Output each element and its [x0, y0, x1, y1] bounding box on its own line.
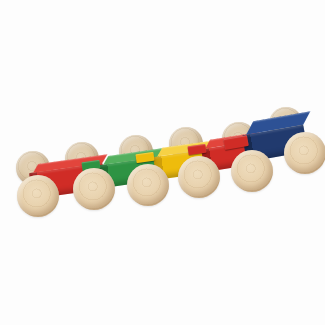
- wheel-near-3: [127, 164, 169, 206]
- product-photo: [0, 0, 325, 325]
- wheel-near-1: [17, 175, 59, 217]
- wheel-near-5: [231, 150, 273, 192]
- wheel-near-6: [284, 132, 325, 174]
- wheel-near-4: [178, 156, 220, 198]
- wheel-near-2: [73, 168, 115, 210]
- wooden-toy-train: [0, 0, 325, 325]
